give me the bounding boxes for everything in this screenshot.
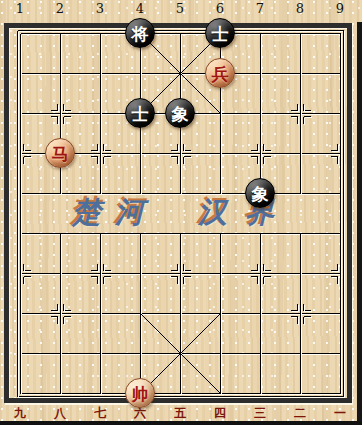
piece-red-soldier[interactable]: 兵 xyxy=(205,58,235,88)
xiangqi-game-screen: 123456789 楚河 汉界 将士兵士象马象帅 九八七六五四三二一 xyxy=(0,0,362,425)
window-edge-bottom xyxy=(0,421,362,425)
piece-black-advisor[interactable]: 士 xyxy=(205,18,235,48)
piece-black-elephant[interactable]: 象 xyxy=(245,178,275,208)
piece-red-general[interactable]: 帅 xyxy=(125,378,155,408)
piece-red-horse[interactable]: 马 xyxy=(45,138,75,168)
piece-black-general[interactable]: 将 xyxy=(125,18,155,48)
piece-black-elephant[interactable]: 象 xyxy=(165,98,195,128)
piece-black-advisor[interactable]: 士 xyxy=(125,98,155,128)
pieces-layer: 将士兵士象马象帅 xyxy=(0,0,362,425)
window-edge-right xyxy=(357,22,362,425)
